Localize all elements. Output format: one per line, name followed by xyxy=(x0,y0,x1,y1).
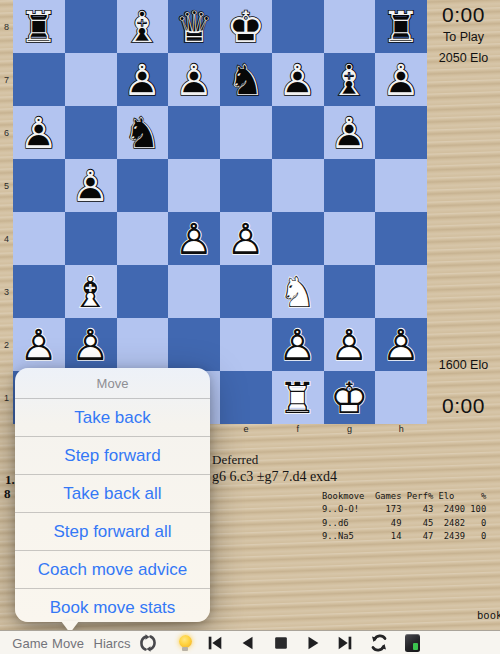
square-f5[interactable] xyxy=(272,159,324,212)
toolbar-button-game[interactable]: Game xyxy=(12,631,47,654)
square-e1[interactable] xyxy=(220,371,272,424)
moveline-fragment-left-2: 8 xyxy=(4,486,11,502)
square-c6[interactable]: ♞♘ xyxy=(117,106,169,159)
square-e5[interactable] xyxy=(220,159,272,212)
square-b6[interactable] xyxy=(65,106,117,159)
square-c7[interactable]: ♟♙ xyxy=(117,53,169,106)
black-elo: 2050 Elo xyxy=(427,51,500,65)
board: ♜♖♝♗♛♕♚♔♜♖♟♙♟♙♞♘♟♙♝♗♟♙♟♙♞♘♟♙♟♙♟♙♟♙♝♗♞♘♟♙… xyxy=(13,0,427,424)
flip-icon[interactable] xyxy=(137,632,159,654)
square-a3[interactable] xyxy=(13,265,65,318)
rank-label-3: 3 xyxy=(0,265,13,318)
square-g6[interactable]: ♟♙ xyxy=(324,106,376,159)
square-c2[interactable] xyxy=(117,318,169,371)
square-h7[interactable]: ♟♙ xyxy=(375,53,427,106)
white-piece-a2[interactable]: ♟♙ xyxy=(13,319,65,371)
square-e4[interactable]: ♟♙ xyxy=(220,212,272,265)
square-f7[interactable]: ♟♙ xyxy=(272,53,324,106)
square-e6[interactable] xyxy=(220,106,272,159)
white-piece-f1[interactable]: ♜♖ xyxy=(272,372,324,424)
white-piece-g2[interactable]: ♟♙ xyxy=(324,319,376,371)
square-b7[interactable] xyxy=(65,53,117,106)
book-status-fragment: Deferred xyxy=(212,452,258,468)
step-back-icon[interactable] xyxy=(237,632,259,654)
square-g3[interactable] xyxy=(324,265,376,318)
white-piece-h2[interactable]: ♟♙ xyxy=(375,319,427,371)
white-piece-d4[interactable]: ♟♙ xyxy=(168,213,220,265)
square-f6[interactable] xyxy=(272,106,324,159)
square-g7[interactable]: ♝♗ xyxy=(324,53,376,106)
black-piece-b5[interactable]: ♟♙ xyxy=(65,160,117,212)
square-g1[interactable]: ♚♔ xyxy=(324,371,376,424)
black-piece-a6[interactable]: ♟♙ xyxy=(13,107,65,159)
white-clock: 0:00 xyxy=(427,394,500,418)
moveline-fragment: g6 6.c3 ±g7 7.d4 exd4 xyxy=(212,469,337,485)
popover-item-book-move-stats[interactable]: Book move stats xyxy=(15,588,210,626)
black-piece-g7[interactable]: ♝♗ xyxy=(324,54,376,106)
black-piece-d8[interactable]: ♛♕ xyxy=(168,1,220,53)
square-a4[interactable] xyxy=(13,212,65,265)
square-h8[interactable]: ♜♖ xyxy=(375,0,427,53)
square-f1[interactable]: ♜♖ xyxy=(272,371,324,424)
square-e7[interactable]: ♞♘ xyxy=(220,53,272,106)
square-d4[interactable]: ♟♙ xyxy=(168,212,220,265)
square-h1[interactable] xyxy=(375,371,427,424)
move-popover: Move Take backStep forwardTake back allS… xyxy=(15,368,210,622)
square-a7[interactable] xyxy=(13,53,65,106)
square-h3[interactable] xyxy=(375,265,427,318)
square-h4[interactable] xyxy=(375,212,427,265)
rank-label-8: 8 xyxy=(0,0,13,53)
square-a2[interactable]: ♟♙ xyxy=(13,318,65,371)
square-b5[interactable]: ♟♙ xyxy=(65,159,117,212)
black-piece-c6[interactable]: ♞♘ xyxy=(117,107,169,159)
bottom-toolbar: GameMoveHiarcs xyxy=(0,630,500,654)
square-a6[interactable]: ♟♙ xyxy=(13,106,65,159)
square-g5[interactable] xyxy=(324,159,376,212)
rank-label-1: 1 xyxy=(0,371,13,424)
square-b4[interactable] xyxy=(65,212,117,265)
rank-label-6: 6 xyxy=(0,106,13,159)
white-piece-f3[interactable]: ♞♘ xyxy=(272,266,324,318)
white-piece-f2[interactable]: ♟♙ xyxy=(272,319,324,371)
square-a8[interactable]: ♜♖ xyxy=(13,0,65,53)
black-piece-c8[interactable]: ♝♗ xyxy=(117,1,169,53)
popover-item-take-back[interactable]: Take back xyxy=(15,399,210,436)
file-label-e: e xyxy=(220,424,272,434)
toolbar-button-hiarcs[interactable]: Hiarcs xyxy=(94,631,131,654)
file-label-g: g xyxy=(324,424,376,434)
square-h5[interactable] xyxy=(375,159,427,212)
popover-item-step-forward[interactable]: Step forward xyxy=(15,436,210,474)
square-d3[interactable] xyxy=(168,265,220,318)
black-piece-f7[interactable]: ♟♙ xyxy=(272,54,324,106)
square-b3[interactable]: ♝♗ xyxy=(65,265,117,318)
stop-icon[interactable] xyxy=(270,632,292,654)
square-a5[interactable] xyxy=(13,159,65,212)
popover-item-coach-move-advice[interactable]: Coach move advice xyxy=(15,550,210,588)
black-piece-e7[interactable]: ♞♘ xyxy=(220,54,272,106)
square-f2[interactable]: ♟♙ xyxy=(272,318,324,371)
square-h6[interactable] xyxy=(375,106,427,159)
black-clock: 0:00 xyxy=(427,3,500,27)
square-g4[interactable] xyxy=(324,212,376,265)
square-c4[interactable] xyxy=(117,212,169,265)
to-play-label: To Play xyxy=(427,30,500,44)
step-forward-icon[interactable] xyxy=(302,632,324,654)
white-piece-b3[interactable]: ♝♗ xyxy=(65,266,117,318)
skip-to-end-icon[interactable] xyxy=(334,632,356,654)
square-c3[interactable] xyxy=(117,265,169,318)
square-d5[interactable] xyxy=(168,159,220,212)
rank-label-7: 7 xyxy=(0,53,13,106)
book-mode-badge: book xyxy=(477,609,500,621)
black-piece-h8[interactable]: ♜♖ xyxy=(375,1,427,53)
book-stats-table: Bookmove Games Perf% Elo % 9..O-O! 173 4… xyxy=(322,490,486,544)
rank-label-4: 4 xyxy=(0,212,13,265)
black-piece-d7[interactable]: ♟♙ xyxy=(168,54,220,106)
popover-title: Move xyxy=(15,368,210,399)
rank-labels: 87654321 xyxy=(0,0,13,424)
skip-to-start-icon[interactable] xyxy=(204,632,226,654)
white-piece-g1[interactable]: ♚♔ xyxy=(324,372,376,424)
sync-icon[interactable] xyxy=(368,632,390,654)
black-piece-g6[interactable]: ♟♙ xyxy=(324,107,376,159)
black-piece-c7[interactable]: ♟♙ xyxy=(117,54,169,106)
popover-items: Take backStep forwardTake back allStep f… xyxy=(15,399,210,627)
square-e3[interactable] xyxy=(220,265,272,318)
square-c5[interactable] xyxy=(117,159,169,212)
file-label-h: h xyxy=(375,424,427,434)
square-b2[interactable]: ♟♙ xyxy=(65,318,117,371)
square-g2[interactable]: ♟♙ xyxy=(324,318,376,371)
square-f8[interactable] xyxy=(272,0,324,53)
hint-bulb-icon[interactable] xyxy=(174,632,196,654)
square-e2[interactable] xyxy=(220,318,272,371)
square-d7[interactable]: ♟♙ xyxy=(168,53,220,106)
app-root: ♜♖♝♗♛♕♚♔♜♖♟♙♟♙♞♘♟♙♝♗♟♙♟♙♞♘♟♙♟♙♟♙♟♙♝♗♞♘♟♙… xyxy=(0,0,500,654)
square-d8[interactable]: ♛♕ xyxy=(168,0,220,53)
square-c8[interactable]: ♝♗ xyxy=(117,0,169,53)
square-f4[interactable] xyxy=(272,212,324,265)
square-d6[interactable] xyxy=(168,106,220,159)
black-piece-e8[interactable]: ♚♔ xyxy=(220,1,272,53)
square-h2[interactable]: ♟♙ xyxy=(375,318,427,371)
square-d2[interactable] xyxy=(168,318,220,371)
white-piece-b2[interactable]: ♟♙ xyxy=(65,319,117,371)
engine-book-icon[interactable] xyxy=(401,632,423,654)
square-g8[interactable] xyxy=(324,0,376,53)
black-piece-a8[interactable]: ♜♖ xyxy=(13,1,65,53)
toolbar-button-move[interactable]: Move xyxy=(52,631,84,654)
square-f3[interactable]: ♞♘ xyxy=(272,265,324,318)
popover-item-take-back-all[interactable]: Take back all xyxy=(15,474,210,512)
square-e8[interactable]: ♚♔ xyxy=(220,0,272,53)
file-label-f: f xyxy=(272,424,324,434)
rank-label-2: 2 xyxy=(0,318,13,371)
rank-label-5: 5 xyxy=(0,159,13,212)
popover-item-step-forward-all[interactable]: Step forward all xyxy=(15,512,210,550)
white-elo: 1600 Elo xyxy=(427,358,500,372)
black-piece-h7[interactable]: ♟♙ xyxy=(375,54,427,106)
square-b8[interactable] xyxy=(65,0,117,53)
white-piece-e4[interactable]: ♟♙ xyxy=(220,213,272,265)
